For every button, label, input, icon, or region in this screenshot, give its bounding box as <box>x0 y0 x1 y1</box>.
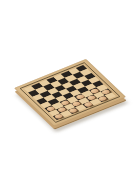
checkers-board <box>14 59 126 126</box>
product-photo-checkers-set <box>0 0 140 187</box>
